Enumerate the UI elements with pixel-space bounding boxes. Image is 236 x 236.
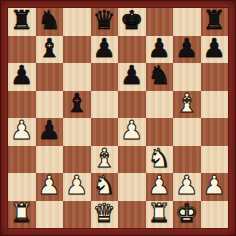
piece-black-pawn[interactable]: ♟ bbox=[148, 36, 171, 63]
square-f2[interactable]: ♟ bbox=[146, 173, 174, 201]
square-f3[interactable]: ♞ bbox=[146, 146, 174, 174]
square-g6[interactable] bbox=[173, 63, 201, 91]
piece-black-queen[interactable]: ♛ bbox=[93, 8, 116, 35]
piece-black-pawn[interactable]: ♟ bbox=[203, 36, 226, 63]
square-c3[interactable] bbox=[63, 146, 91, 174]
square-a4[interactable]: ♟ bbox=[8, 118, 36, 146]
square-c7[interactable] bbox=[63, 36, 91, 64]
square-f1[interactable]: ♜ bbox=[146, 201, 174, 229]
piece-black-pawn[interactable]: ♟ bbox=[120, 63, 143, 90]
square-f7[interactable]: ♟ bbox=[146, 36, 174, 64]
piece-white-bishop[interactable]: ♝ bbox=[93, 146, 116, 173]
square-h4[interactable] bbox=[201, 118, 229, 146]
chess-board: ♜♞♛♚♜♝♟♟♟♟♟♟♞♝♝♟♟♟♝♞♟♟♞♟♟♟♜♛♜♚ bbox=[8, 8, 228, 228]
piece-black-rook[interactable]: ♜ bbox=[10, 8, 33, 35]
square-b3[interactable] bbox=[36, 146, 64, 174]
piece-black-pawn[interactable]: ♟ bbox=[93, 36, 116, 63]
square-h6[interactable] bbox=[201, 63, 229, 91]
square-g7[interactable]: ♟ bbox=[173, 36, 201, 64]
piece-black-rook[interactable]: ♜ bbox=[203, 8, 226, 35]
piece-white-bishop[interactable]: ♝ bbox=[175, 91, 198, 118]
square-d3[interactable]: ♝ bbox=[91, 146, 119, 174]
chess-board-frame: ♜♞♛♚♜♝♟♟♟♟♟♟♞♝♝♟♟♟♝♞♟♟♞♟♟♟♜♛♜♚ bbox=[0, 0, 236, 236]
square-a6[interactable]: ♟ bbox=[8, 63, 36, 91]
square-g3[interactable] bbox=[173, 146, 201, 174]
square-h8[interactable]: ♜ bbox=[201, 8, 229, 36]
piece-black-pawn[interactable]: ♟ bbox=[10, 63, 33, 90]
piece-black-pawn[interactable]: ♟ bbox=[175, 36, 198, 63]
square-c1[interactable] bbox=[63, 201, 91, 229]
square-b2[interactable]: ♟ bbox=[36, 173, 64, 201]
square-e2[interactable] bbox=[118, 173, 146, 201]
square-b7[interactable]: ♝ bbox=[36, 36, 64, 64]
square-e8[interactable]: ♚ bbox=[118, 8, 146, 36]
square-h1[interactable] bbox=[201, 201, 229, 229]
piece-white-pawn[interactable]: ♟ bbox=[148, 173, 171, 200]
square-h5[interactable] bbox=[201, 91, 229, 119]
square-g1[interactable]: ♚ bbox=[173, 201, 201, 229]
square-d4[interactable] bbox=[91, 118, 119, 146]
square-e5[interactable] bbox=[118, 91, 146, 119]
square-f6[interactable]: ♞ bbox=[146, 63, 174, 91]
square-c2[interactable]: ♟ bbox=[63, 173, 91, 201]
square-c6[interactable] bbox=[63, 63, 91, 91]
square-h3[interactable] bbox=[201, 146, 229, 174]
piece-white-pawn[interactable]: ♟ bbox=[203, 173, 226, 200]
square-f8[interactable] bbox=[146, 8, 174, 36]
square-e4[interactable]: ♟ bbox=[118, 118, 146, 146]
square-a2[interactable] bbox=[8, 173, 36, 201]
square-c5[interactable]: ♝ bbox=[63, 91, 91, 119]
square-b5[interactable] bbox=[36, 91, 64, 119]
square-e6[interactable]: ♟ bbox=[118, 63, 146, 91]
square-f5[interactable] bbox=[146, 91, 174, 119]
square-b6[interactable] bbox=[36, 63, 64, 91]
square-d2[interactable]: ♞ bbox=[91, 173, 119, 201]
square-h7[interactable]: ♟ bbox=[201, 36, 229, 64]
square-d6[interactable] bbox=[91, 63, 119, 91]
square-a7[interactable] bbox=[8, 36, 36, 64]
piece-white-pawn[interactable]: ♟ bbox=[38, 173, 61, 200]
piece-white-rook[interactable]: ♜ bbox=[10, 201, 33, 228]
square-a5[interactable] bbox=[8, 91, 36, 119]
square-g8[interactable] bbox=[173, 8, 201, 36]
square-h2[interactable]: ♟ bbox=[201, 173, 229, 201]
piece-black-knight[interactable]: ♞ bbox=[38, 8, 61, 35]
piece-white-knight[interactable]: ♞ bbox=[148, 146, 171, 173]
square-b8[interactable]: ♞ bbox=[36, 8, 64, 36]
piece-black-knight[interactable]: ♞ bbox=[148, 63, 171, 90]
piece-white-rook[interactable]: ♜ bbox=[148, 201, 171, 228]
square-g2[interactable]: ♟ bbox=[173, 173, 201, 201]
square-c4[interactable] bbox=[63, 118, 91, 146]
square-e1[interactable] bbox=[118, 201, 146, 229]
square-f4[interactable] bbox=[146, 118, 174, 146]
square-a8[interactable]: ♜ bbox=[8, 8, 36, 36]
piece-black-pawn[interactable]: ♟ bbox=[38, 118, 61, 145]
square-d8[interactable]: ♛ bbox=[91, 8, 119, 36]
piece-white-king[interactable]: ♚ bbox=[175, 201, 198, 228]
piece-black-bishop[interactable]: ♝ bbox=[65, 91, 88, 118]
square-c8[interactable] bbox=[63, 8, 91, 36]
square-e3[interactable] bbox=[118, 146, 146, 174]
square-d1[interactable]: ♛ bbox=[91, 201, 119, 229]
square-g5[interactable]: ♝ bbox=[173, 91, 201, 119]
piece-white-pawn[interactable]: ♟ bbox=[175, 173, 198, 200]
piece-black-bishop[interactable]: ♝ bbox=[38, 36, 61, 63]
square-d7[interactable]: ♟ bbox=[91, 36, 119, 64]
square-a1[interactable]: ♜ bbox=[8, 201, 36, 229]
piece-white-knight[interactable]: ♞ bbox=[93, 173, 116, 200]
piece-white-pawn[interactable]: ♟ bbox=[120, 118, 143, 145]
square-b4[interactable]: ♟ bbox=[36, 118, 64, 146]
piece-white-pawn[interactable]: ♟ bbox=[65, 173, 88, 200]
piece-white-pawn[interactable]: ♟ bbox=[10, 118, 33, 145]
square-d5[interactable] bbox=[91, 91, 119, 119]
square-b1[interactable] bbox=[36, 201, 64, 229]
piece-black-king[interactable]: ♚ bbox=[120, 8, 143, 35]
square-g4[interactable] bbox=[173, 118, 201, 146]
square-e7[interactable] bbox=[118, 36, 146, 64]
piece-white-queen[interactable]: ♛ bbox=[93, 201, 116, 228]
square-a3[interactable] bbox=[8, 146, 36, 174]
